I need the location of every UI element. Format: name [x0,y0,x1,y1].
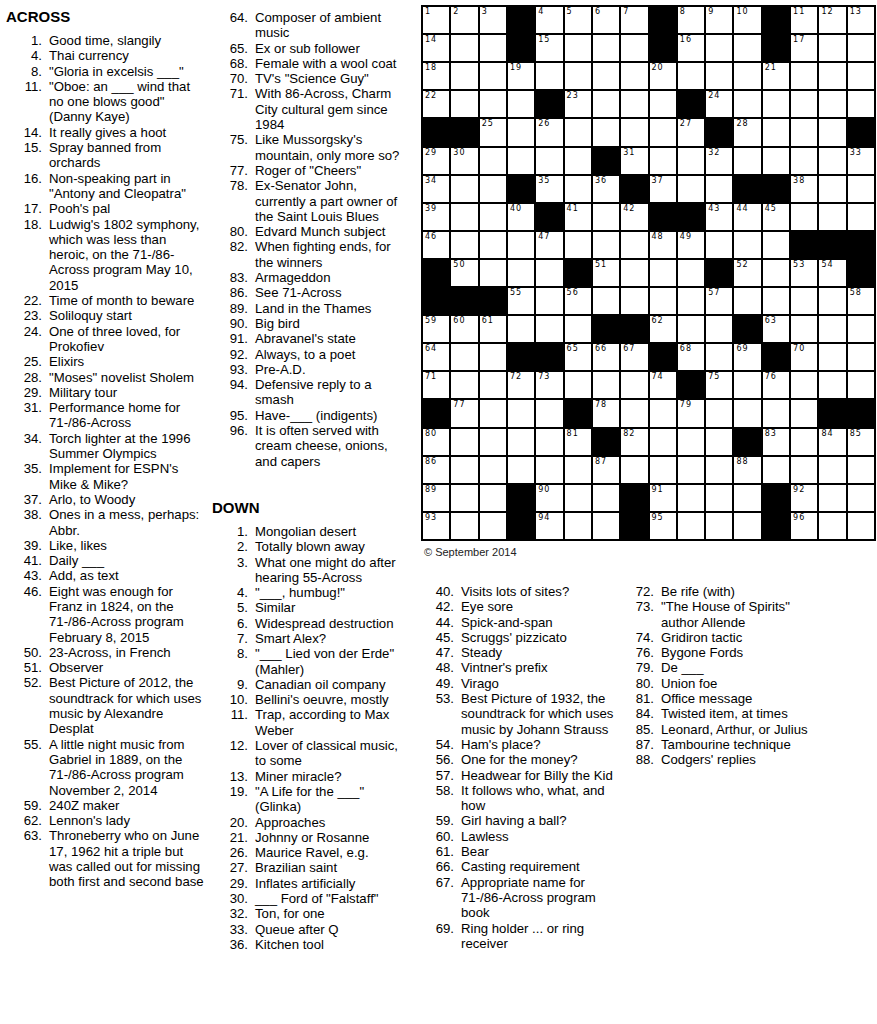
white-cell[interactable] [819,316,845,342]
white-cell[interactable]: 65 [565,344,591,370]
white-cell[interactable] [621,63,647,89]
clue-item: 19."A Life for the ___" (Glinka) [210,784,414,815]
white-cell[interactable] [791,91,817,117]
white-cell[interactable]: 8 [678,7,704,33]
white-cell[interactable]: 39 [423,204,449,230]
cell-number: 10 [736,7,748,16]
white-cell[interactable] [678,63,704,89]
white-cell[interactable] [621,260,647,286]
clue-text: 23-Across, in French [49,645,207,660]
clue-text: Appropriate name for 71-/86-Across progr… [461,875,621,921]
white-cell[interactable]: 53 [791,260,817,286]
white-cell[interactable]: 12 [819,7,845,33]
white-cell[interactable] [621,232,647,258]
white-cell[interactable] [508,400,534,426]
white-cell[interactable] [650,91,676,117]
white-cell[interactable]: 33 [848,148,874,174]
white-cell[interactable] [791,204,817,230]
white-cell[interactable] [791,429,817,455]
white-cell[interactable] [451,91,477,117]
white-cell[interactable] [593,372,619,398]
white-cell[interactable]: 62 [650,316,676,342]
white-cell[interactable]: 49 [678,232,704,258]
white-cell[interactable] [734,288,760,314]
white-cell[interactable] [848,344,874,370]
clue-item: 4.Thai currency [6,48,208,63]
white-cell[interactable]: 55 [508,288,534,314]
white-cell[interactable] [451,344,477,370]
white-cell[interactable]: 48 [650,232,676,258]
white-cell[interactable] [480,204,506,230]
white-cell[interactable] [791,316,817,342]
white-cell[interactable] [848,316,874,342]
white-cell[interactable] [763,119,789,145]
white-cell[interactable]: 46 [423,232,449,258]
white-cell[interactable] [650,457,676,483]
cell-number: 21 [765,63,777,72]
white-cell[interactable] [819,91,845,117]
clue-item: 54.Ham's place? [424,737,624,752]
white-cell[interactable] [791,63,817,89]
white-cell[interactable] [565,372,591,398]
white-cell[interactable] [734,91,760,117]
white-cell[interactable]: 34 [423,176,449,202]
clue-item: 68.Female with a wool coat [210,56,414,71]
white-cell[interactable] [734,400,760,426]
white-cell[interactable]: 44 [734,204,760,230]
clue-item: 81.Office message [626,691,832,706]
white-cell[interactable]: 83 [763,429,789,455]
white-cell[interactable] [848,204,874,230]
white-cell[interactable] [678,457,704,483]
white-cell[interactable] [621,91,647,117]
black-cell [734,429,760,455]
white-cell[interactable]: 81 [565,429,591,455]
white-cell[interactable]: 91 [650,485,676,511]
white-cell[interactable] [678,429,704,455]
white-cell[interactable] [451,429,477,455]
cell-number: 44 [736,204,748,213]
white-cell[interactable] [480,91,506,117]
white-cell[interactable]: 85 [848,429,874,455]
white-cell[interactable] [508,91,534,117]
white-cell[interactable] [791,148,817,174]
white-cell[interactable] [763,260,789,286]
white-cell[interactable] [734,372,760,398]
white-cell[interactable] [565,119,591,145]
white-cell[interactable] [734,148,760,174]
white-cell[interactable]: 1 [423,7,449,33]
clue-text: Daily ___ [49,553,207,568]
white-cell[interactable]: 27 [678,119,704,145]
white-cell[interactable]: 38 [791,176,817,202]
white-cell[interactable]: 69 [734,344,760,370]
white-cell[interactable]: 58 [848,288,874,314]
white-cell[interactable] [706,35,732,61]
white-cell[interactable] [451,485,477,511]
white-cell[interactable] [734,63,760,89]
white-cell[interactable]: 89 [423,485,449,511]
white-cell[interactable] [848,35,874,61]
white-cell[interactable] [650,400,676,426]
white-cell[interactable]: 92 [791,485,817,511]
white-cell[interactable] [536,148,562,174]
white-cell[interactable] [706,176,732,202]
white-cell[interactable] [480,232,506,258]
white-cell[interactable]: 51 [593,260,619,286]
white-cell[interactable] [678,288,704,314]
white-cell[interactable] [480,344,506,370]
white-cell[interactable]: 74 [650,372,676,398]
white-cell[interactable] [593,288,619,314]
crossword-page: ACROSS 1.Good time, slangily4.Thai curre… [0,0,877,1024]
white-cell[interactable]: 72 [508,372,534,398]
white-cell[interactable] [451,176,477,202]
white-cell[interactable]: 82 [621,429,647,455]
white-cell[interactable] [819,485,845,511]
white-cell[interactable] [480,400,506,426]
white-cell[interactable]: 84 [819,429,845,455]
white-cell[interactable] [451,372,477,398]
white-cell[interactable] [480,457,506,483]
white-cell[interactable] [819,35,845,61]
white-cell[interactable] [819,176,845,202]
white-cell[interactable] [480,176,506,202]
white-cell[interactable] [565,457,591,483]
white-cell[interactable] [678,148,704,174]
clue-text: "Oboe: an ___ wind that no one blows goo… [49,79,207,125]
white-cell[interactable]: 57 [706,288,732,314]
white-cell[interactable]: 29 [423,148,449,174]
clue-number: 88. [626,752,654,767]
white-cell[interactable] [763,400,789,426]
white-cell[interactable]: 50 [451,260,477,286]
white-cell[interactable] [451,232,477,258]
white-cell[interactable] [678,176,704,202]
white-cell[interactable] [848,63,874,89]
white-cell[interactable] [508,260,534,286]
white-cell[interactable] [508,119,534,145]
white-cell[interactable]: 24 [706,91,732,117]
white-cell[interactable] [819,513,845,539]
white-cell[interactable]: 54 [819,260,845,286]
white-cell[interactable] [819,63,845,89]
white-cell[interactable]: 26 [536,119,562,145]
white-cell[interactable] [593,91,619,117]
cell-number: 14 [425,35,437,44]
white-cell[interactable]: 68 [678,344,704,370]
white-cell[interactable]: 56 [565,288,591,314]
white-cell[interactable] [734,513,760,539]
white-cell[interactable]: 40 [508,204,534,230]
white-cell[interactable] [706,63,732,89]
white-cell[interactable] [593,513,619,539]
white-cell[interactable]: 19 [508,63,534,89]
white-cell[interactable] [480,513,506,539]
clue-number: 72. [626,584,654,599]
white-cell[interactable]: 90 [536,485,562,511]
cell-number: 43 [708,204,720,213]
white-cell[interactable] [565,63,591,89]
white-cell[interactable]: 93 [423,513,449,539]
white-cell[interactable] [593,119,619,145]
white-cell[interactable]: 37 [650,176,676,202]
white-cell[interactable] [621,35,647,61]
white-cell[interactable]: 18 [423,63,449,89]
white-cell[interactable]: 41 [565,204,591,230]
white-cell[interactable] [451,513,477,539]
white-cell[interactable]: 94 [536,513,562,539]
white-cell[interactable]: 43 [706,204,732,230]
white-cell[interactable] [819,288,845,314]
clue-item: 11.Trap, according to Max Weber [210,707,414,738]
white-cell[interactable]: 6 [593,7,619,33]
white-cell[interactable] [565,35,591,61]
clue-text: See 71-Across [255,285,411,300]
white-cell[interactable] [763,91,789,117]
white-cell[interactable]: 70 [791,344,817,370]
white-cell[interactable] [621,372,647,398]
white-cell[interactable] [565,148,591,174]
white-cell[interactable] [791,119,817,145]
cell-number: 92 [793,485,805,494]
clue-number: 18. [6,217,42,232]
white-cell[interactable]: 13 [848,7,874,33]
white-cell[interactable] [678,513,704,539]
clue-number: 37. [6,492,42,507]
white-cell[interactable] [565,232,591,258]
white-cell[interactable]: 16 [678,35,704,61]
white-cell[interactable]: 61 [480,316,506,342]
white-cell[interactable] [819,344,845,370]
cell-number: 33 [850,148,862,157]
white-cell[interactable]: 25 [480,119,506,145]
white-cell[interactable] [706,232,732,258]
white-cell[interactable]: 4 [536,7,562,33]
white-cell[interactable] [480,148,506,174]
white-cell[interactable] [734,35,760,61]
cell-number: 81 [567,429,579,438]
clue-text: De ___ [661,660,827,675]
clue-text: It really gives a hoot [49,125,207,140]
white-cell[interactable] [593,232,619,258]
white-cell[interactable]: 67 [621,344,647,370]
white-cell[interactable]: 28 [734,119,760,145]
white-cell[interactable] [536,63,562,89]
white-cell[interactable] [536,260,562,286]
white-cell[interactable] [734,232,760,258]
clue-item: 33.Queue after Q [210,922,414,937]
white-cell[interactable] [451,457,477,483]
white-cell[interactable] [565,485,591,511]
white-cell[interactable] [706,429,732,455]
clue-number: 11. [210,707,248,722]
white-cell[interactable]: 20 [650,63,676,89]
clue-item: 15.Spray banned from orchards [6,140,208,171]
white-cell[interactable] [536,288,562,314]
white-cell[interactable] [819,372,845,398]
white-cell[interactable]: 79 [678,400,704,426]
black-cell [678,204,704,230]
white-cell[interactable] [451,63,477,89]
white-cell[interactable]: 7 [621,7,647,33]
white-cell[interactable]: 59 [423,316,449,342]
down-clues-column-2: 40.Visits lots of sites?42.Eye sore44.Sp… [424,584,624,951]
white-cell[interactable] [480,260,506,286]
white-cell[interactable] [508,429,534,455]
white-cell[interactable] [650,429,676,455]
white-cell[interactable] [565,316,591,342]
black-cell [650,35,676,61]
clue-number: 11. [6,79,42,94]
white-cell[interactable]: 47 [536,232,562,258]
white-cell[interactable] [848,485,874,511]
clue-number: 17. [6,201,42,216]
white-cell[interactable] [848,513,874,539]
white-cell[interactable] [819,457,845,483]
white-cell[interactable] [819,119,845,145]
white-cell[interactable] [848,372,874,398]
white-cell[interactable]: 80 [423,429,449,455]
white-cell[interactable] [650,148,676,174]
white-cell[interactable]: 76 [763,372,789,398]
white-cell[interactable] [678,485,704,511]
white-cell[interactable]: 95 [650,513,676,539]
white-cell[interactable] [763,457,789,483]
white-cell[interactable]: 71 [423,372,449,398]
clue-number: 43. [6,568,42,583]
white-cell[interactable]: 2 [451,7,477,33]
white-cell[interactable] [593,485,619,511]
white-cell[interactable] [706,485,732,511]
white-cell[interactable] [565,176,591,202]
white-cell[interactable]: 9 [706,7,732,33]
white-cell[interactable] [848,457,874,483]
white-cell[interactable] [480,35,506,61]
white-cell[interactable]: 23 [565,91,591,117]
white-cell[interactable] [508,316,534,342]
white-cell[interactable]: 52 [734,260,760,286]
white-cell[interactable] [508,232,534,258]
white-cell[interactable] [508,148,534,174]
white-cell[interactable]: 87 [593,457,619,483]
white-cell[interactable] [650,260,676,286]
white-cell[interactable] [593,204,619,230]
white-cell[interactable]: 10 [734,7,760,33]
white-cell[interactable] [480,63,506,89]
white-cell[interactable] [621,457,647,483]
white-cell[interactable] [706,457,732,483]
white-cell[interactable] [621,119,647,145]
white-cell[interactable] [451,35,477,61]
white-cell[interactable]: 63 [763,316,789,342]
white-cell[interactable] [565,513,591,539]
white-cell[interactable] [706,344,732,370]
white-cell[interactable]: 21 [763,63,789,89]
cell-number: 91 [652,485,664,494]
white-cell[interactable] [536,400,562,426]
white-cell[interactable] [819,148,845,174]
white-cell[interactable] [650,119,676,145]
white-cell[interactable] [678,316,704,342]
white-cell[interactable] [536,316,562,342]
white-cell[interactable]: 15 [536,35,562,61]
white-cell[interactable] [593,35,619,61]
white-cell[interactable]: 30 [451,148,477,174]
white-cell[interactable]: 31 [621,148,647,174]
cell-number: 11 [793,7,805,16]
white-cell[interactable] [536,457,562,483]
white-cell[interactable] [848,176,874,202]
white-cell[interactable] [763,288,789,314]
white-cell[interactable]: 75 [706,372,732,398]
white-cell[interactable] [508,457,534,483]
white-cell[interactable] [706,400,732,426]
cell-number: 61 [482,316,494,325]
white-cell[interactable] [791,372,817,398]
white-cell[interactable]: 45 [763,204,789,230]
white-cell[interactable] [480,485,506,511]
white-cell[interactable]: 42 [621,204,647,230]
clue-text: Eye sore [461,599,621,614]
white-cell[interactable]: 35 [536,176,562,202]
white-cell[interactable]: 5 [565,7,591,33]
white-cell[interactable] [480,429,506,455]
white-cell[interactable] [706,316,732,342]
white-cell[interactable] [763,148,789,174]
white-cell[interactable] [763,232,789,258]
white-cell[interactable]: 96 [791,513,817,539]
white-cell[interactable]: 14 [423,35,449,61]
white-cell[interactable] [621,288,647,314]
white-cell[interactable]: 60 [451,316,477,342]
clue-number: 4. [210,585,248,600]
white-cell[interactable] [791,457,817,483]
white-cell[interactable]: 77 [451,400,477,426]
white-cell[interactable] [650,288,676,314]
white-cell[interactable] [480,372,506,398]
clue-number: 90. [210,316,248,331]
white-cell[interactable] [678,260,704,286]
white-cell[interactable]: 78 [593,400,619,426]
cell-number: 39 [425,204,437,213]
white-cell[interactable]: 73 [536,372,562,398]
white-cell[interactable]: 64 [423,344,449,370]
white-cell[interactable]: 11 [791,7,817,33]
white-cell[interactable]: 32 [706,148,732,174]
white-cell[interactable] [791,288,817,314]
white-cell[interactable] [819,204,845,230]
white-cell[interactable]: 66 [593,344,619,370]
white-cell[interactable] [593,63,619,89]
white-cell[interactable] [791,400,817,426]
clue-item: 44.Spick-and-span [424,615,624,630]
white-cell[interactable]: 88 [734,457,760,483]
white-cell[interactable]: 22 [423,91,449,117]
white-cell[interactable] [706,513,732,539]
white-cell[interactable]: 86 [423,457,449,483]
white-cell[interactable] [621,400,647,426]
white-cell[interactable] [451,204,477,230]
white-cell[interactable] [734,485,760,511]
cell-number: 93 [425,513,437,522]
white-cell[interactable]: 17 [791,35,817,61]
cell-number: 76 [765,372,777,381]
white-cell[interactable] [536,429,562,455]
white-cell[interactable]: 36 [593,176,619,202]
white-cell[interactable]: 3 [480,7,506,33]
white-cell[interactable] [848,91,874,117]
